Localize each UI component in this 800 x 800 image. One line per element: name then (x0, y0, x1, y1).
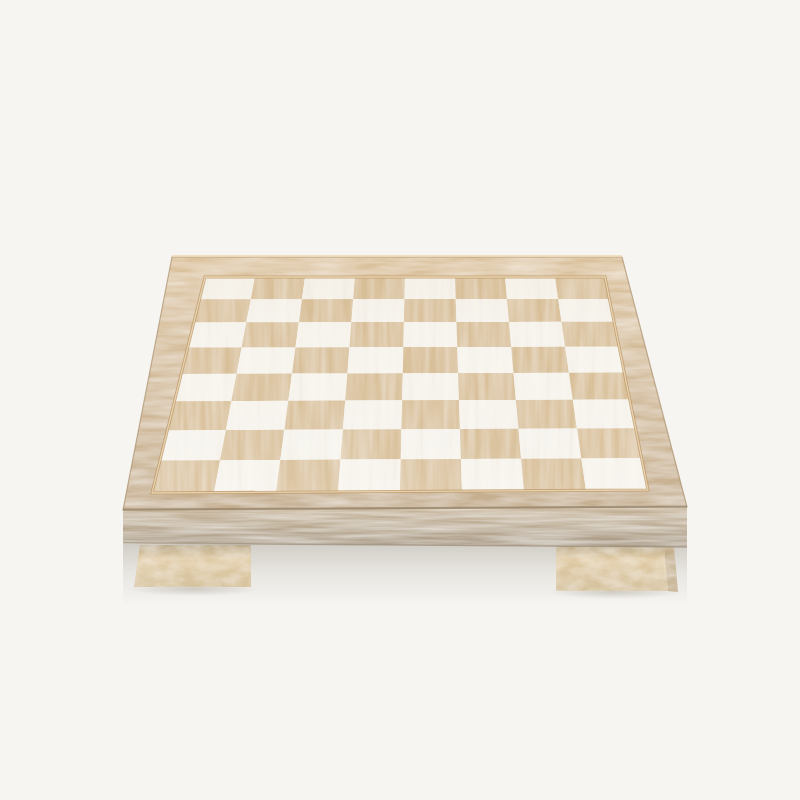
board-light-overlay (152, 277, 648, 493)
board-front-face (123, 507, 687, 547)
right-foot-front (556, 545, 668, 591)
wooden-checkerboard-photo (0, 0, 800, 800)
left-foot (134, 545, 251, 587)
front-face (123, 507, 687, 547)
product-photo-stage (0, 0, 800, 800)
play-area-wash (152, 277, 648, 493)
